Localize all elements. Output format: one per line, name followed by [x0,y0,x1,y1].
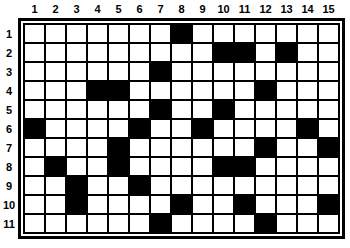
cell-r6c12-white[interactable] [256,120,275,137]
row-label-2: 2 [0,44,18,61]
cell-r6c5-white[interactable] [109,120,128,137]
cell-r7c10-white[interactable] [214,139,233,156]
cell-r6c11-white[interactable] [235,120,254,137]
cell-r4c10-white[interactable] [214,82,233,99]
cell-r9c12-white[interactable] [256,177,275,194]
cell-r3c5-white[interactable] [109,63,128,80]
col-label-12: 12 [256,1,275,18]
cell-r2c5-white[interactable] [109,44,128,61]
cell-r4c14-white[interactable] [298,82,317,99]
col-label-3: 3 [67,1,86,18]
cell-r8c14-white[interactable] [298,158,317,175]
cell-r6c2-white[interactable] [46,120,65,137]
cell-r6c14-black [298,120,317,137]
cell-r3c15-white[interactable] [319,63,338,80]
cell-r8c3-white[interactable] [67,158,86,175]
cell-r1c5-white[interactable] [109,25,128,42]
cell-r5c9-white[interactable] [193,101,212,118]
row-label-4: 4 [0,82,18,99]
cell-r1c11-white[interactable] [235,25,254,42]
cell-r8c11-black [235,158,254,175]
cell-r10c6-white[interactable] [130,196,149,213]
cell-r11c8-white[interactable] [172,215,191,232]
cell-r9c9-white[interactable] [193,177,212,194]
col-label-13: 13 [277,1,296,18]
cell-r4c1-white[interactable] [25,82,44,99]
row-label-1: 1 [0,25,18,42]
cell-r3c6-white[interactable] [130,63,149,80]
cell-r9c14-white[interactable] [298,177,317,194]
cell-r8c13-white[interactable] [277,158,296,175]
cell-r11c9-white[interactable] [193,215,212,232]
cell-r5c11-white[interactable] [235,101,254,118]
cell-r4c4-black [88,82,107,99]
cell-r7c7-white[interactable] [151,139,170,156]
col-label-15: 15 [319,1,338,18]
cell-r10c11-black [235,196,254,213]
cell-r5c4-white[interactable] [88,101,107,118]
cell-r2c1-white[interactable] [25,44,44,61]
cell-r3c3-white[interactable] [67,63,86,80]
cell-r6c1-black [25,120,44,137]
col-label-10: 10 [214,1,233,18]
cell-r10c1-white[interactable] [25,196,44,213]
col-label-7: 7 [151,1,170,18]
cell-r5c14-white[interactable] [298,101,317,118]
cell-r10c9-white[interactable] [193,196,212,213]
row-label-10: 10 [0,196,18,213]
cell-r8c9-white[interactable] [193,158,212,175]
cell-r11c1-white[interactable] [25,215,44,232]
cell-r1c15-white[interactable] [319,25,338,42]
cell-r9c6-black [130,177,149,194]
cell-r1c8-black [172,25,191,42]
cell-r4c15-white[interactable] [319,82,338,99]
cell-r5c8-white[interactable] [172,101,191,118]
cell-r1c7-white[interactable] [151,25,170,42]
cell-r8c1-white[interactable] [25,158,44,175]
cell-r11c2-white[interactable] [46,215,65,232]
col-label-4: 4 [88,1,107,18]
cell-r2c10-black [214,44,233,61]
cell-r5c10-black [214,101,233,118]
cell-r2c15-white[interactable] [319,44,338,61]
cell-r4c5-black [109,82,128,99]
cell-r9c15-white[interactable] [319,177,338,194]
cell-r9c8-white[interactable] [172,177,191,194]
cell-r4c12-black [256,82,275,99]
cell-r5c2-white[interactable] [46,101,65,118]
cell-r9c5-white[interactable] [109,177,128,194]
cell-r6c9-black [193,120,212,137]
cell-r5c3-white[interactable] [67,101,86,118]
cell-r7c11-white[interactable] [235,139,254,156]
cell-r3c13-white[interactable] [277,63,296,80]
cell-r8c12-white[interactable] [256,158,275,175]
puzzle-page: 123456789101112131415 1234567891011 [0,0,350,248]
cell-r3c7-black [151,63,170,80]
row-label-3: 3 [0,63,18,80]
board-frame [18,18,345,239]
cell-r10c3-black [67,196,86,213]
col-label-8: 8 [172,1,191,18]
cell-r11c12-black [256,215,275,232]
cell-r1c4-white[interactable] [88,25,107,42]
cell-r2c2-white[interactable] [46,44,65,61]
cell-r5c13-white[interactable] [277,101,296,118]
row-label-6: 6 [0,120,18,137]
cell-r10c7-white[interactable] [151,196,170,213]
cell-r2c7-white[interactable] [151,44,170,61]
col-label-14: 14 [298,1,317,18]
cell-r5c1-white[interactable] [25,101,44,118]
cell-r9c1-white[interactable] [25,177,44,194]
cell-r4c3-white[interactable] [67,82,86,99]
col-label-5: 5 [109,1,128,18]
cell-r1c14-white[interactable] [298,25,317,42]
cell-r7c12-black [256,139,275,156]
cell-r10c14-white[interactable] [298,196,317,213]
cell-r11c10-white[interactable] [214,215,233,232]
cell-r9c10-white[interactable] [214,177,233,194]
row-label-9: 9 [0,177,18,194]
col-label-9: 9 [193,1,212,18]
corner-spacer [0,1,18,18]
cell-r6c3-white[interactable] [67,120,86,137]
cell-r7c5-black [109,139,128,156]
row-label-8: 8 [0,158,18,175]
cell-r5c7-black [151,101,170,118]
cell-r5c5-white[interactable] [109,101,128,118]
cell-r7c8-white[interactable] [172,139,191,156]
cell-r2c6-white[interactable] [130,44,149,61]
cell-r8c5-black [109,158,128,175]
cell-r11c7-black [151,215,170,232]
cell-r7c15-black [319,139,338,156]
cell-r4c13-white[interactable] [277,82,296,99]
cell-r2c14-white[interactable] [298,44,317,61]
cell-r1c1-white[interactable] [25,25,44,42]
cell-r4c11-white[interactable] [235,82,254,99]
cell-r6c4-white[interactable] [88,120,107,137]
cell-r6c15-white[interactable] [319,120,338,137]
cell-r3c11-white[interactable] [235,63,254,80]
cell-r11c6-white[interactable] [130,215,149,232]
cell-r7c1-white[interactable] [25,139,44,156]
row-labels: 1234567891011 [0,18,18,239]
cell-r2c3-white[interactable] [67,44,86,61]
cell-r11c5-white[interactable] [109,215,128,232]
cell-r1c9-white[interactable] [193,25,212,42]
cell-r8c7-white[interactable] [151,158,170,175]
cell-r5c15-white[interactable] [319,101,338,118]
cell-r9c11-white[interactable] [235,177,254,194]
cell-r10c13-white[interactable] [277,196,296,213]
cell-r2c8-white[interactable] [172,44,191,61]
cell-r6c7-white[interactable] [151,120,170,137]
cell-r1c12-white[interactable] [256,25,275,42]
cell-r6c6-black [130,120,149,137]
cell-r2c9-white[interactable] [193,44,212,61]
cell-r7c13-white[interactable] [277,139,296,156]
cell-r8c2-black [46,158,65,175]
cell-r9c2-white[interactable] [46,177,65,194]
cell-r7c3-white[interactable] [67,139,86,156]
cell-r8c4-white[interactable] [88,158,107,175]
cell-r6c8-white[interactable] [172,120,191,137]
cell-r1c3-white[interactable] [67,25,86,42]
cell-r3c10-white[interactable] [214,63,233,80]
row-label-5: 5 [0,101,18,118]
cell-r11c11-white[interactable] [235,215,254,232]
cell-r3c9-white[interactable] [193,63,212,80]
row-label-11: 11 [0,215,18,232]
cell-r10c8-black [172,196,191,213]
cell-r10c2-white[interactable] [46,196,65,213]
cell-r4c9-white[interactable] [193,82,212,99]
cell-r3c12-white[interactable] [256,63,275,80]
cell-r7c2-white[interactable] [46,139,65,156]
cell-r1c6-white[interactable] [130,25,149,42]
cell-r11c14-white[interactable] [298,215,317,232]
cell-r2c11-black [235,44,254,61]
cell-r8c6-white[interactable] [130,158,149,175]
cell-r3c1-white[interactable] [25,63,44,80]
cell-r8c10-black [214,158,233,175]
cell-r10c4-white[interactable] [88,196,107,213]
cell-r3c14-white[interactable] [298,63,317,80]
cell-r10c12-white[interactable] [256,196,275,213]
cell-r5c12-white[interactable] [256,101,275,118]
cell-r4c8-white[interactable] [172,82,191,99]
row-label-7: 7 [0,139,18,156]
cell-r4c2-white[interactable] [46,82,65,99]
cell-r2c13-black [277,44,296,61]
cell-r3c8-white[interactable] [172,63,191,80]
cell-r3c2-white[interactable] [46,63,65,80]
column-labels: 123456789101112131415 [18,1,350,18]
cell-r3c4-white[interactable] [88,63,107,80]
cell-r2c4-white[interactable] [88,44,107,61]
cell-r10c5-white[interactable] [109,196,128,213]
cell-r11c4-white[interactable] [88,215,107,232]
cell-r6c10-white[interactable] [214,120,233,137]
cell-r9c3-black [67,177,86,194]
cell-r11c15-white[interactable] [319,215,338,232]
cell-r2c12-white[interactable] [256,44,275,61]
col-label-2: 2 [46,1,65,18]
col-label-6: 6 [130,1,149,18]
cell-r10c10-white[interactable] [214,196,233,213]
cell-r7c4-white[interactable] [88,139,107,156]
cell-r1c13-white[interactable] [277,25,296,42]
cell-r8c8-white[interactable] [172,158,191,175]
cell-r9c4-white[interactable] [88,177,107,194]
cell-r5c6-white[interactable] [130,101,149,118]
cell-r1c2-white[interactable] [46,25,65,42]
col-label-11: 11 [235,1,254,18]
cell-r1c10-white[interactable] [214,25,233,42]
cell-r7c14-white[interactable] [298,139,317,156]
crossword-grid [23,23,340,234]
cell-r7c6-white[interactable] [130,139,149,156]
cell-r11c3-white[interactable] [67,215,86,232]
cell-r4c7-white[interactable] [151,82,170,99]
cell-r4c6-white[interactable] [130,82,149,99]
cell-r8c15-white[interactable] [319,158,338,175]
col-label-1: 1 [25,1,44,18]
cell-r6c13-white[interactable] [277,120,296,137]
cell-r11c13-white[interactable] [277,215,296,232]
cell-r7c9-white[interactable] [193,139,212,156]
cell-r9c7-white[interactable] [151,177,170,194]
cell-r9c13-white[interactable] [277,177,296,194]
cell-r10c15-black [319,196,338,213]
puzzle-layout: 123456789101112131415 1234567891011 [0,0,350,239]
